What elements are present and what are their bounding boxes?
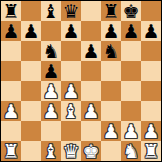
piece-white-pawn: ♟	[102, 121, 119, 141]
piece-white-bishop: ♝	[42, 141, 59, 161]
piece-black-pawn: ♟	[102, 21, 119, 41]
piece-black-rook: ♜	[2, 1, 19, 21]
piece-black-king: ♚	[122, 1, 139, 21]
square-f1[interactable]	[101, 141, 121, 161]
piece-white-pawn: ♟	[122, 121, 139, 141]
square-a8[interactable]: ♜	[1, 1, 21, 21]
square-c8[interactable]: ♝	[41, 1, 61, 21]
square-a5[interactable]	[1, 61, 21, 81]
square-h2[interactable]: ♟	[141, 121, 161, 141]
piece-black-bishop: ♝	[42, 1, 59, 21]
square-f2[interactable]: ♟	[101, 121, 121, 141]
piece-black-pawn: ♟	[2, 21, 19, 41]
square-h1[interactable]: ♜	[141, 141, 161, 161]
square-h7[interactable]: ♟	[141, 21, 161, 41]
piece-white-queen: ♛	[62, 141, 79, 161]
square-h4[interactable]	[141, 81, 161, 101]
square-e3[interactable]: ♟	[81, 101, 101, 121]
square-g1[interactable]: ♞	[121, 141, 141, 161]
square-a7[interactable]: ♟	[1, 21, 21, 41]
square-b7[interactable]: ♟	[21, 21, 41, 41]
square-h6[interactable]	[141, 41, 161, 61]
square-a1[interactable]: ♜	[1, 141, 21, 161]
piece-black-queen: ♛	[62, 1, 79, 21]
piece-white-bishop: ♝	[62, 101, 79, 121]
square-e1[interactable]: ♚	[81, 141, 101, 161]
square-a4[interactable]	[1, 81, 21, 101]
square-d2[interactable]	[61, 121, 81, 141]
square-h3[interactable]	[141, 101, 161, 121]
square-g8[interactable]: ♚	[121, 1, 141, 21]
square-d3[interactable]: ♝	[61, 101, 81, 121]
square-a6[interactable]	[1, 41, 21, 61]
piece-black-knight: ♞	[42, 41, 59, 61]
piece-white-pawn: ♟	[82, 101, 99, 121]
square-b3[interactable]	[21, 101, 41, 121]
square-g7[interactable]: ♟	[121, 21, 141, 41]
square-g5[interactable]	[121, 61, 141, 81]
square-f5[interactable]	[101, 61, 121, 81]
piece-black-pawn: ♟	[82, 41, 99, 61]
piece-white-pawn: ♟	[42, 81, 59, 101]
square-b5[interactable]	[21, 61, 41, 81]
square-g4[interactable]	[121, 81, 141, 101]
square-d4[interactable]: ♟	[61, 81, 81, 101]
square-a2[interactable]	[1, 121, 21, 141]
square-h5[interactable]	[141, 61, 161, 81]
square-e8[interactable]	[81, 1, 101, 21]
piece-white-pawn: ♟	[142, 121, 159, 141]
square-h8[interactable]	[141, 1, 161, 21]
square-b1[interactable]	[21, 141, 41, 161]
square-g2[interactable]: ♟	[121, 121, 141, 141]
piece-black-pawn: ♟	[42, 61, 59, 81]
square-b2[interactable]	[21, 121, 41, 141]
piece-black-rook: ♜	[102, 1, 119, 21]
square-b4[interactable]	[21, 81, 41, 101]
piece-white-king: ♚	[82, 141, 99, 161]
square-e2[interactable]	[81, 121, 101, 141]
piece-white-rook: ♜	[2, 141, 19, 161]
piece-black-pawn: ♟	[22, 21, 39, 41]
square-c3[interactable]: ♟	[41, 101, 61, 121]
square-f3[interactable]	[101, 101, 121, 121]
square-b6[interactable]	[21, 41, 41, 61]
square-d6[interactable]	[61, 41, 81, 61]
square-e6[interactable]: ♟	[81, 41, 101, 61]
square-d1[interactable]: ♛	[61, 141, 81, 161]
piece-black-knight: ♞	[102, 41, 119, 61]
square-g6[interactable]	[121, 41, 141, 61]
piece-black-pawn: ♟	[142, 21, 159, 41]
square-c5[interactable]: ♟	[41, 61, 61, 81]
square-g3[interactable]	[121, 101, 141, 121]
piece-white-pawn: ♟	[42, 101, 59, 121]
square-f8[interactable]: ♜	[101, 1, 121, 21]
square-f7[interactable]: ♟	[101, 21, 121, 41]
square-f6[interactable]: ♞	[101, 41, 121, 61]
piece-black-pawn: ♟	[122, 21, 139, 41]
square-c1[interactable]: ♝	[41, 141, 61, 161]
square-c2[interactable]	[41, 121, 61, 141]
square-e5[interactable]	[81, 61, 101, 81]
square-c4[interactable]: ♟	[41, 81, 61, 101]
piece-black-pawn: ♟	[62, 21, 79, 41]
chess-board: ♜♝♛♜♚♟♟♟♟♟♟♞♟♞♟♟♟♟♟♝♟♟♟♟♜♝♛♚♞♜	[0, 0, 162, 162]
square-d5[interactable]	[61, 61, 81, 81]
piece-white-pawn: ♟	[62, 81, 79, 101]
square-f4[interactable]	[101, 81, 121, 101]
piece-white-knight: ♞	[122, 141, 139, 161]
square-d7[interactable]: ♟	[61, 21, 81, 41]
square-e4[interactable]	[81, 81, 101, 101]
square-d8[interactable]: ♛	[61, 1, 81, 21]
square-c7[interactable]	[41, 21, 61, 41]
square-b8[interactable]	[21, 1, 41, 21]
square-a3[interactable]: ♟	[1, 101, 21, 121]
piece-white-pawn: ♟	[2, 101, 19, 121]
square-c6[interactable]: ♞	[41, 41, 61, 61]
piece-white-rook: ♜	[142, 141, 159, 161]
square-e7[interactable]	[81, 21, 101, 41]
